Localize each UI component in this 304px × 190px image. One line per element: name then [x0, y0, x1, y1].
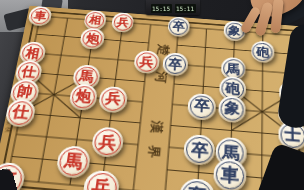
piece-character: 相 — [25, 46, 41, 59]
piece-character: 相 — [88, 15, 101, 26]
piece-character: 卒 — [187, 186, 207, 190]
piece-character: 卒 — [172, 21, 185, 32]
piece-ring: 卒 — [169, 18, 189, 36]
river-character-jie: 界 — [144, 143, 164, 160]
player-hand — [228, 0, 304, 58]
piece-ring: 卒 — [186, 136, 214, 164]
piece-character: 兵 — [98, 133, 117, 151]
piece-character: 馬 — [78, 70, 94, 84]
clock-right-display: 15:11 — [175, 4, 196, 13]
piece-ring: 車 — [29, 8, 50, 25]
piece-character: 炮 — [75, 89, 92, 104]
piece-ring: 炮 — [70, 85, 97, 109]
river-character-han: 漢 — [146, 118, 165, 135]
piece-character: 象 — [224, 101, 240, 117]
piece-character: 兵 — [139, 55, 154, 68]
piece-ring: 相 — [85, 12, 106, 29]
piece-character: 炮 — [85, 32, 99, 44]
piece-ring: 象 — [220, 97, 244, 121]
piece-character: 士 — [284, 127, 301, 144]
piece-character: 車 — [33, 10, 47, 21]
piece-character: 卒 — [191, 141, 209, 159]
hand-finger — [270, 0, 284, 33]
piece-character: 兵 — [116, 17, 129, 28]
piece-ring: 卒 — [190, 95, 215, 119]
piece-ring: 卒 — [164, 54, 186, 75]
piece-character: 卒 — [194, 99, 210, 115]
piece-ring: 兵 — [85, 172, 118, 190]
piece-character: 砲 — [225, 81, 240, 96]
piece-character: 兵 — [104, 92, 121, 107]
piece-character: 馬 — [63, 152, 84, 171]
piece-character: 車 — [221, 166, 240, 186]
piece-character: 卒 — [168, 58, 183, 71]
piece-character: 帥 — [16, 85, 34, 100]
piece-character: 仕 — [20, 65, 37, 79]
piece-ring: 炮 — [81, 29, 103, 48]
piece-character: 仕 — [11, 105, 30, 121]
piece-character: 兵 — [91, 177, 112, 190]
photo-scene: 15:15 15:11 楚 河 漢 界 中国象棋 車相兵炮相兵仕馬帥炮兵仕兵馬車… — [0, 0, 304, 190]
piece-character: 馬 — [226, 62, 240, 75]
piece-ring: 車 — [215, 160, 244, 190]
piece-ring: 兵 — [100, 88, 126, 112]
clock-left-display: 15:15 — [151, 4, 172, 13]
piece-ring: 兵 — [93, 128, 122, 156]
piece-ring: 馬 — [58, 147, 90, 176]
piece-ring: 兵 — [135, 52, 158, 72]
chess-clock: 15:15 15:11 — [146, 0, 200, 15]
piece-ring: 兵 — [113, 14, 133, 31]
